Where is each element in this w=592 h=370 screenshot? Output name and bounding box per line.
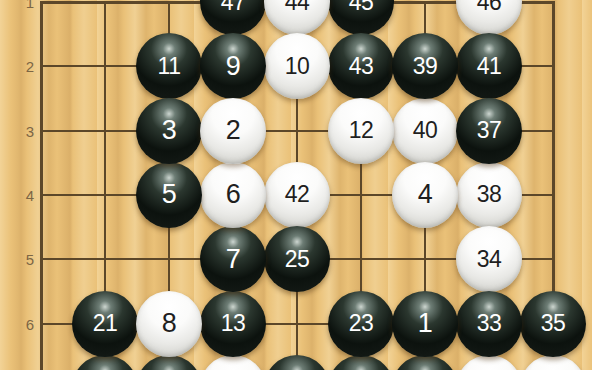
stone-black-35[interactable]: 35 [520, 291, 586, 357]
move-number: 6 [226, 179, 241, 210]
stone-white-46[interactable]: 46 [456, 0, 522, 35]
grid-line-vertical-1 [40, 1, 43, 370]
stone-black-r7c5[interactable] [264, 355, 330, 370]
move-number: 12 [349, 117, 374, 144]
stone-black-r7c2[interactable] [72, 355, 138, 370]
move-number: 11 [158, 53, 181, 80]
move-number: 5 [162, 179, 177, 210]
move-number: 47 [221, 0, 246, 16]
move-number: 1 [418, 308, 433, 339]
stone-black-11[interactable]: 11 [136, 33, 202, 99]
stone-white-r7c8[interactable] [456, 355, 522, 370]
move-number: 10 [285, 53, 310, 80]
stone-black-1[interactable]: 1 [392, 291, 458, 357]
move-number: 21 [93, 310, 118, 337]
move-number: 2 [226, 115, 241, 146]
move-number: 41 [477, 53, 502, 80]
row-label-5: 5 [8, 252, 34, 267]
move-number: 43 [349, 53, 374, 80]
move-number: 35 [541, 310, 566, 337]
stone-black-7[interactable]: 7 [200, 226, 266, 292]
stone-white-4[interactable]: 4 [392, 162, 458, 228]
stone-white-2[interactable]: 2 [200, 98, 266, 164]
move-number: 33 [477, 310, 502, 337]
row-label-6: 6 [8, 316, 34, 331]
move-number: 38 [477, 181, 502, 208]
move-number: 4 [418, 179, 433, 210]
move-number: 23 [349, 310, 374, 337]
stone-black-r7c6[interactable] [328, 355, 394, 370]
move-number: 9 [226, 51, 241, 82]
move-number: 39 [413, 53, 438, 80]
move-number: 45 [349, 0, 374, 16]
move-number: 3 [162, 115, 177, 146]
stone-white-44[interactable]: 44 [264, 0, 330, 35]
row-label-3: 3 [8, 123, 34, 138]
stone-white-r7c4[interactable] [200, 355, 266, 370]
stone-black-45[interactable]: 45 [328, 0, 394, 35]
move-number: 46 [477, 0, 502, 16]
stone-black-43[interactable]: 43 [328, 33, 394, 99]
stone-black-23[interactable]: 23 [328, 291, 394, 357]
stone-black-r7c7[interactable] [392, 355, 458, 370]
stone-white-38[interactable]: 38 [456, 162, 522, 228]
stone-black-41[interactable]: 41 [456, 33, 522, 99]
stone-black-13[interactable]: 13 [200, 291, 266, 357]
move-number: 44 [285, 0, 310, 16]
stone-white-8[interactable]: 8 [136, 291, 202, 357]
move-number: 34 [477, 246, 502, 273]
stone-black-33[interactable]: 33 [456, 291, 522, 357]
stone-black-21[interactable]: 21 [72, 291, 138, 357]
stone-white-40[interactable]: 40 [392, 98, 458, 164]
stone-white-10[interactable]: 10 [264, 33, 330, 99]
stone-black-25[interactable]: 25 [264, 226, 330, 292]
move-number: 13 [221, 310, 246, 337]
stone-white-42[interactable]: 42 [264, 162, 330, 228]
stone-white-34[interactable]: 34 [456, 226, 522, 292]
move-number: 25 [285, 246, 310, 273]
go-board-surface[interactable]: 123456 474445461191043394132124037564243… [0, 0, 592, 370]
row-label-1: 1 [8, 0, 34, 10]
stone-black-47[interactable]: 47 [200, 0, 266, 35]
move-number: 40 [413, 117, 438, 144]
stone-black-3[interactable]: 3 [136, 98, 202, 164]
move-number: 7 [226, 244, 241, 275]
stone-black-9[interactable]: 9 [200, 33, 266, 99]
stone-white-12[interactable]: 12 [328, 98, 394, 164]
stone-black-5[interactable]: 5 [136, 162, 202, 228]
row-label-4: 4 [8, 187, 34, 202]
stone-white-6[interactable]: 6 [200, 162, 266, 228]
move-number: 8 [162, 308, 177, 339]
move-number: 42 [285, 181, 310, 208]
row-label-2: 2 [8, 59, 34, 74]
stone-black-39[interactable]: 39 [392, 33, 458, 99]
stone-white-r7c9[interactable] [520, 355, 586, 370]
move-number: 37 [477, 117, 502, 144]
stone-black-37[interactable]: 37 [456, 98, 522, 164]
stone-black-r7c3[interactable] [136, 355, 202, 370]
